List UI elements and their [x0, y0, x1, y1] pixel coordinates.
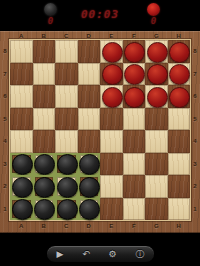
- square-d3[interactable]: [78, 153, 101, 176]
- settings-button[interactable]: ⚙: [109, 250, 117, 259]
- square-c2[interactable]: [55, 175, 78, 198]
- rank-label-5: 5: [190, 108, 200, 131]
- file-label-c: C: [55, 32, 78, 40]
- board-grid: [10, 40, 190, 220]
- square-f2[interactable]: [123, 175, 146, 198]
- square-f7[interactable]: [123, 63, 146, 86]
- square-b2[interactable]: [33, 175, 56, 198]
- rank-labels-right: 87654321: [190, 40, 200, 220]
- square-g6[interactable]: [145, 85, 168, 108]
- red-piece-h6[interactable]: [169, 87, 190, 108]
- file-label-d: D: [78, 222, 101, 230]
- square-h8[interactable]: [168, 40, 191, 63]
- file-label-a: A: [10, 222, 33, 230]
- square-b1[interactable]: [33, 198, 56, 221]
- square-e3[interactable]: [100, 153, 123, 176]
- square-h3[interactable]: [168, 153, 191, 176]
- red-piece-g8[interactable]: [147, 42, 168, 63]
- black-piece-d1[interactable]: [79, 199, 100, 220]
- square-g4[interactable]: [145, 130, 168, 153]
- square-b4[interactable]: [33, 130, 56, 153]
- square-c7[interactable]: [55, 63, 78, 86]
- square-e5[interactable]: [100, 108, 123, 131]
- square-e4[interactable]: [100, 130, 123, 153]
- red-piece-f7[interactable]: [124, 64, 145, 85]
- square-a3[interactable]: [10, 153, 33, 176]
- square-f3[interactable]: [123, 153, 146, 176]
- rank-label-1: 1: [190, 198, 200, 221]
- rank-label-6: 6: [190, 85, 200, 108]
- square-d7[interactable]: [78, 63, 101, 86]
- black-piece-a3[interactable]: [12, 154, 33, 175]
- square-d4[interactable]: [78, 130, 101, 153]
- square-a7[interactable]: [10, 63, 33, 86]
- square-g3[interactable]: [145, 153, 168, 176]
- red-piece-f8[interactable]: [124, 42, 145, 63]
- square-c1[interactable]: [55, 198, 78, 221]
- rank-label-2: 2: [190, 175, 200, 198]
- rank-label-4: 4: [0, 130, 10, 153]
- square-d1[interactable]: [78, 198, 101, 221]
- square-d2[interactable]: [78, 175, 101, 198]
- file-label-h: H: [168, 32, 191, 40]
- rank-label-7: 7: [0, 63, 10, 86]
- square-h4[interactable]: [168, 130, 191, 153]
- black-piece-a2[interactable]: [12, 177, 33, 198]
- square-g1[interactable]: [145, 198, 168, 221]
- square-d5[interactable]: [78, 108, 101, 131]
- undo-button[interactable]: ↶: [82, 250, 90, 259]
- square-b3[interactable]: [33, 153, 56, 176]
- toolbar: ▶↶⚙ⓘ: [46, 245, 155, 263]
- rank-label-7: 7: [190, 63, 200, 86]
- file-label-d: D: [78, 32, 101, 40]
- red-piece-f6[interactable]: [124, 87, 145, 108]
- square-f1[interactable]: [123, 198, 146, 221]
- black-piece-a1[interactable]: [12, 199, 33, 220]
- red-piece-e8[interactable]: [102, 42, 123, 63]
- square-c8[interactable]: [55, 40, 78, 63]
- square-a5[interactable]: [10, 108, 33, 131]
- square-h5[interactable]: [168, 108, 191, 131]
- square-e8[interactable]: [100, 40, 123, 63]
- square-b6[interactable]: [33, 85, 56, 108]
- square-h1[interactable]: [168, 198, 191, 221]
- square-c3[interactable]: [55, 153, 78, 176]
- square-f4[interactable]: [123, 130, 146, 153]
- black-piece-b3[interactable]: [34, 154, 55, 175]
- square-e7[interactable]: [100, 63, 123, 86]
- file-label-c: C: [55, 222, 78, 230]
- square-c4[interactable]: [55, 130, 78, 153]
- file-label-f: F: [123, 32, 146, 40]
- square-g7[interactable]: [145, 63, 168, 86]
- square-g2[interactable]: [145, 175, 168, 198]
- rank-label-1: 1: [0, 198, 10, 221]
- square-c6[interactable]: [55, 85, 78, 108]
- square-h7[interactable]: [168, 63, 191, 86]
- square-b5[interactable]: [33, 108, 56, 131]
- file-label-e: E: [100, 32, 123, 40]
- square-a6[interactable]: [10, 85, 33, 108]
- file-label-b: B: [33, 32, 56, 40]
- red-piece-g7[interactable]: [147, 64, 168, 85]
- black-piece-b2[interactable]: [34, 177, 55, 198]
- square-a4[interactable]: [10, 130, 33, 153]
- file-label-b: B: [33, 222, 56, 230]
- file-label-h: H: [168, 222, 191, 230]
- rank-label-3: 3: [0, 153, 10, 176]
- square-b8[interactable]: [33, 40, 56, 63]
- rank-labels-left: 87654321: [0, 40, 10, 220]
- square-d8[interactable]: [78, 40, 101, 63]
- square-e2[interactable]: [100, 175, 123, 198]
- square-g8[interactable]: [145, 40, 168, 63]
- file-labels-top: ABCDEFGH: [10, 32, 190, 40]
- black-piece-c3[interactable]: [57, 154, 78, 175]
- game-board: ABCDEFGH 87654321 87654321 ABCDEFGH: [0, 31, 200, 233]
- red-piece-g6[interactable]: [147, 87, 168, 108]
- rank-label-6: 6: [0, 85, 10, 108]
- black-piece-d2[interactable]: [79, 177, 100, 198]
- square-a1[interactable]: [10, 198, 33, 221]
- red-piece-h8[interactable]: [169, 42, 190, 63]
- square-a2[interactable]: [10, 175, 33, 198]
- rank-label-4: 4: [190, 130, 200, 153]
- black-piece-d3[interactable]: [79, 154, 100, 175]
- square-h2[interactable]: [168, 175, 191, 198]
- square-e1[interactable]: [100, 198, 123, 221]
- rank-label-3: 3: [190, 153, 200, 176]
- square-e6[interactable]: [100, 85, 123, 108]
- red-captured-count: 0: [147, 16, 160, 26]
- black-piece-c1[interactable]: [57, 199, 78, 220]
- red-player-indicator-icon: [147, 3, 160, 16]
- square-f6[interactable]: [123, 85, 146, 108]
- square-f8[interactable]: [123, 40, 146, 63]
- file-label-e: E: [100, 222, 123, 230]
- play-button[interactable]: ▶: [56, 250, 63, 259]
- file-labels-bottom: ABCDEFGH: [10, 222, 190, 230]
- info-button[interactable]: ⓘ: [136, 250, 145, 259]
- black-piece-c2[interactable]: [57, 177, 78, 198]
- black-piece-b1[interactable]: [34, 199, 55, 220]
- file-label-g: G: [145, 222, 168, 230]
- square-d6[interactable]: [78, 85, 101, 108]
- square-c5[interactable]: [55, 108, 78, 131]
- square-b7[interactable]: [33, 63, 56, 86]
- square-g5[interactable]: [145, 108, 168, 131]
- rank-label-5: 5: [0, 108, 10, 131]
- game-timer: 00:03: [0, 8, 200, 21]
- rank-label-2: 2: [0, 175, 10, 198]
- rank-label-8: 8: [190, 40, 200, 63]
- bottom-bar: ▶↶⚙ⓘ: [0, 233, 200, 266]
- red-piece-h7[interactable]: [169, 64, 190, 85]
- rank-label-8: 8: [0, 40, 10, 63]
- square-a8[interactable]: [10, 40, 33, 63]
- file-label-f: F: [123, 222, 146, 230]
- square-h6[interactable]: [168, 85, 191, 108]
- square-f5[interactable]: [123, 108, 146, 131]
- file-label-g: G: [145, 32, 168, 40]
- red-piece-e7[interactable]: [102, 64, 123, 85]
- red-piece-e6[interactable]: [102, 87, 123, 108]
- file-label-a: A: [10, 32, 33, 40]
- status-bar: 0 00:03 0: [0, 0, 200, 31]
